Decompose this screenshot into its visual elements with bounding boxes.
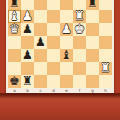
square-h7[interactable]	[99, 0, 112, 10]
square-e2[interactable]	[60, 62, 73, 75]
square-f4[interactable]	[73, 36, 86, 49]
square-c6[interactable]	[34, 10, 47, 23]
coord-label-b: b	[21, 88, 34, 93]
square-g3[interactable]	[86, 49, 99, 62]
coord-label-f: f	[73, 88, 86, 93]
square-b1[interactable]: ♜	[21, 75, 34, 88]
board-viewport: ♜♜♝♟♜♛♟♟♚♟♟♝♜♚♜	[8, 0, 112, 88]
square-g6[interactable]	[86, 10, 99, 23]
square-d7[interactable]	[47, 0, 60, 10]
square-g1[interactable]	[86, 75, 99, 88]
white-rook[interactable]: ♜	[99, 62, 112, 75]
square-c3[interactable]	[34, 49, 47, 62]
square-g5[interactable]	[86, 23, 99, 36]
white-king[interactable]: ♚	[73, 23, 86, 36]
square-e3[interactable]: ♝	[60, 49, 73, 62]
square-e7[interactable]	[60, 0, 73, 10]
coord-label-e: e	[60, 88, 73, 93]
square-c1[interactable]	[34, 75, 47, 88]
square-d6[interactable]	[47, 10, 60, 23]
black-king[interactable]: ♚	[8, 75, 21, 88]
black-bishop[interactable]: ♝	[60, 49, 73, 62]
chess-board-frame: ♜♜♝♟♜♛♟♟♚♟♟♝♜♚♜ abcdefgh	[6, 0, 114, 93]
square-d5[interactable]	[47, 23, 60, 36]
square-b5[interactable]: ♟	[21, 23, 34, 36]
coord-label-h: h	[99, 88, 112, 93]
square-a3[interactable]	[8, 49, 21, 62]
black-pawn[interactable]: ♟	[21, 49, 34, 62]
square-h5[interactable]	[99, 23, 112, 36]
background-lower-red	[0, 93, 120, 120]
square-c4[interactable]: ♟	[34, 36, 47, 49]
square-e5[interactable]: ♟	[60, 23, 73, 36]
black-rook[interactable]: ♜	[86, 0, 99, 10]
square-a1[interactable]: ♚	[8, 75, 21, 88]
square-f1[interactable]	[73, 75, 86, 88]
square-f3[interactable]	[73, 49, 86, 62]
square-d1[interactable]	[47, 75, 60, 88]
black-pawn[interactable]: ♟	[21, 23, 34, 36]
app-background: ♜♜♝♟♜♛♟♟♚♟♟♝♜♚♜ abcdefgh	[0, 0, 120, 120]
square-a4[interactable]	[8, 36, 21, 49]
black-pawn[interactable]: ♟	[34, 36, 47, 49]
square-d3[interactable]	[47, 49, 60, 62]
square-g2[interactable]	[86, 62, 99, 75]
square-f5[interactable]: ♚	[73, 23, 86, 36]
black-rook[interactable]: ♜	[21, 75, 34, 88]
square-a5[interactable]: ♛	[8, 23, 21, 36]
square-h4[interactable]	[99, 36, 112, 49]
coord-label-a: a	[8, 88, 21, 93]
square-h1[interactable]	[99, 75, 112, 88]
square-d2[interactable]	[47, 62, 60, 75]
white-pawn[interactable]: ♟	[60, 23, 73, 36]
square-h2[interactable]: ♜	[99, 62, 112, 75]
board-squares: ♜♜♝♟♜♛♟♟♚♟♟♝♜♚♜	[8, 0, 112, 88]
coord-label-d: d	[47, 88, 60, 93]
square-d4[interactable]	[47, 36, 60, 49]
square-g4[interactable]	[86, 36, 99, 49]
square-b3[interactable]: ♟	[21, 49, 34, 62]
square-f2[interactable]	[73, 62, 86, 75]
square-g7[interactable]: ♜	[86, 0, 99, 10]
square-c2[interactable]	[34, 62, 47, 75]
coord-label-c: c	[34, 88, 47, 93]
white-queen[interactable]: ♛	[8, 23, 21, 36]
coord-label-g: g	[86, 88, 99, 93]
square-c7[interactable]	[34, 0, 47, 10]
file-coordinates: abcdefgh	[8, 88, 112, 93]
square-h6[interactable]	[99, 10, 112, 23]
square-e1[interactable]	[60, 75, 73, 88]
